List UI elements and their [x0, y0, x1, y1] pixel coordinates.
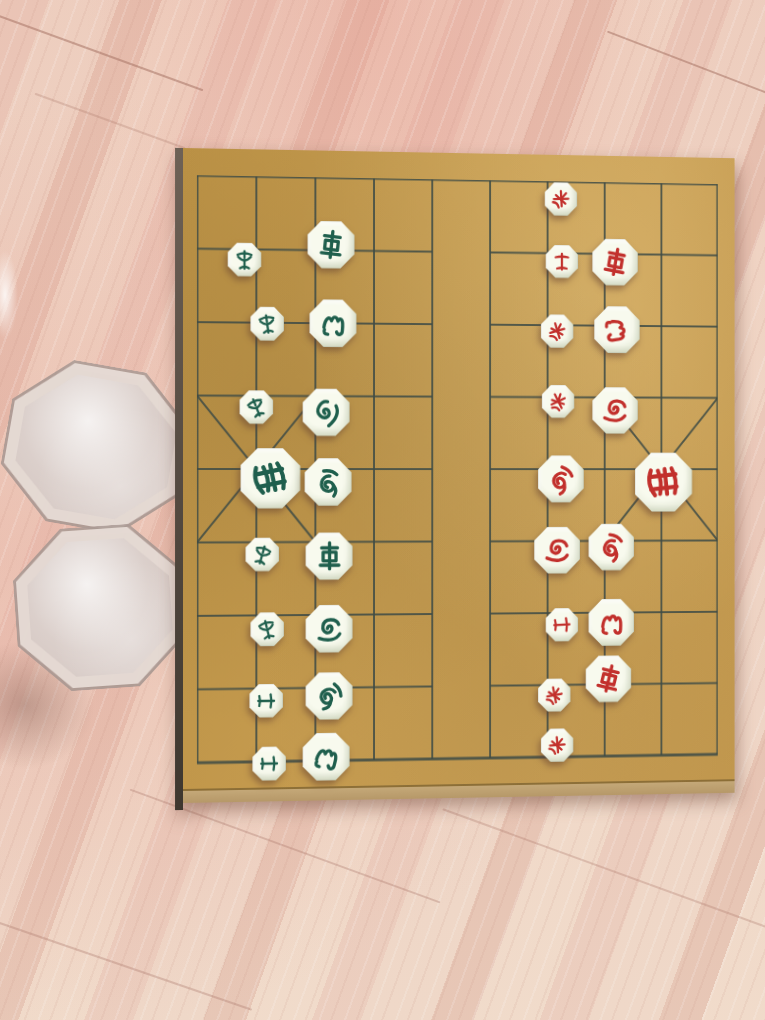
piece-character-士: [254, 688, 278, 712]
piece-character-車: [312, 538, 346, 573]
piece-character-帥: [640, 458, 686, 505]
photo-scene: { "game": "xiangqi", "scene_description"…: [0, 0, 765, 1020]
piece-character-士: [257, 751, 281, 775]
piece-character-卒: [254, 310, 281, 337]
piece-character-炮: [597, 392, 632, 429]
floor-highlight: [0, 250, 18, 340]
piece-character-馬: [594, 605, 628, 640]
piece-character-象: [308, 461, 349, 502]
piece-character-卒: [241, 391, 272, 422]
board-side-edge: [175, 148, 183, 810]
piece-character-馬: [305, 736, 347, 778]
piece-character-將: [244, 452, 295, 504]
piece-character-仕: [550, 612, 574, 636]
piece-character-車: [312, 225, 350, 264]
piece-character-相: [589, 524, 633, 570]
piece-character-兵: [544, 386, 573, 416]
piece-character-卒: [248, 539, 277, 568]
piece-character-車: [588, 658, 628, 699]
piece-character-炮: [540, 532, 575, 567]
piece-character-馬: [315, 305, 352, 342]
lid-face: [24, 535, 175, 680]
piece-character-仕: [550, 249, 573, 273]
piece-character-車: [596, 242, 634, 282]
xiangqi-board[interactable]: [183, 148, 735, 803]
piece-character-兵: [542, 315, 573, 347]
lid-face: [8, 367, 183, 528]
piece-character-馬: [598, 311, 635, 349]
piece-character-卒: [253, 615, 282, 644]
piece-character-砲: [311, 611, 346, 647]
piece-character-卒: [233, 247, 257, 271]
piece-character-砲: [303, 388, 350, 435]
piece-character-兵: [538, 679, 570, 712]
